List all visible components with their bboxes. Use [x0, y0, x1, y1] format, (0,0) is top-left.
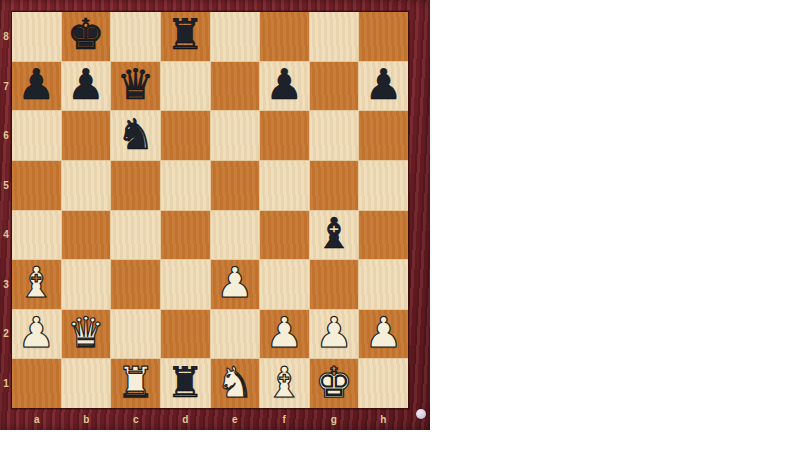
square-h2[interactable]: ♟ — [359, 310, 408, 359]
piece-black-pawn-b7[interactable]: ♟ — [67, 64, 105, 106]
rank-labels: 87654321 — [0, 12, 12, 408]
rank-label: 8 — [0, 12, 12, 62]
square-a8[interactable] — [12, 12, 61, 61]
square-e7[interactable] — [211, 62, 260, 111]
square-g8[interactable] — [310, 12, 359, 61]
piece-white-queen-b2[interactable]: ♛ — [67, 312, 105, 354]
square-h5[interactable] — [359, 161, 408, 210]
square-h1[interactable] — [359, 359, 408, 408]
square-b6[interactable] — [62, 111, 111, 160]
file-label: f — [260, 408, 310, 430]
piece-black-king-b8[interactable]: ♚ — [67, 14, 105, 56]
piece-white-pawn-h2[interactable]: ♟ — [365, 312, 403, 354]
square-b4[interactable] — [62, 211, 111, 260]
rank-label: 2 — [0, 309, 12, 359]
square-a6[interactable] — [12, 111, 61, 160]
rank-label: 5 — [0, 161, 12, 211]
file-label: d — [161, 408, 211, 430]
square-f7[interactable]: ♟ — [260, 62, 309, 111]
page-background: ♚♜♟♟♛♟♟♞♝♝♟♟♛♟♟♟♜♜♞♝♚ 87654321 abcdefgh — [0, 0, 800, 450]
square-h4[interactable] — [359, 211, 408, 260]
file-label: e — [210, 408, 260, 430]
file-label: g — [309, 408, 359, 430]
square-a3[interactable]: ♝ — [12, 260, 61, 309]
file-label: c — [111, 408, 161, 430]
file-labels: abcdefgh — [12, 408, 408, 430]
square-b5[interactable] — [62, 161, 111, 210]
board-corner-button[interactable] — [416, 409, 426, 419]
file-label: a — [12, 408, 62, 430]
square-a1[interactable] — [12, 359, 61, 408]
square-h6[interactable] — [359, 111, 408, 160]
square-d6[interactable] — [161, 111, 210, 160]
square-b8[interactable]: ♚ — [62, 12, 111, 61]
square-e5[interactable] — [211, 161, 260, 210]
square-f2[interactable]: ♟ — [260, 310, 309, 359]
square-h7[interactable]: ♟ — [359, 62, 408, 111]
board-grid: ♚♜♟♟♛♟♟♞♝♝♟♟♛♟♟♟♜♜♞♝♚ — [12, 12, 408, 408]
square-a7[interactable]: ♟ — [12, 62, 61, 111]
piece-white-king-g1[interactable]: ♚ — [315, 362, 353, 404]
piece-black-pawn-a7[interactable]: ♟ — [17, 64, 55, 106]
square-e1[interactable]: ♞ — [211, 359, 260, 408]
chess-board: ♚♜♟♟♛♟♟♞♝♝♟♟♛♟♟♟♜♜♞♝♚ 87654321 abcdefgh — [0, 0, 430, 430]
square-a4[interactable] — [12, 211, 61, 260]
piece-white-pawn-a2[interactable]: ♟ — [17, 312, 55, 354]
square-c4[interactable] — [111, 211, 160, 260]
square-a5[interactable] — [12, 161, 61, 210]
square-a2[interactable]: ♟ — [12, 310, 61, 359]
square-e2[interactable] — [211, 310, 260, 359]
rank-label: 1 — [0, 359, 12, 409]
piece-white-knight-e1[interactable]: ♞ — [216, 362, 254, 404]
rank-label: 3 — [0, 260, 12, 310]
square-g7[interactable] — [310, 62, 359, 111]
square-d2[interactable] — [161, 310, 210, 359]
square-e3[interactable]: ♟ — [211, 260, 260, 309]
square-e8[interactable] — [211, 12, 260, 61]
piece-black-rook-d1[interactable]: ♜ — [166, 362, 204, 404]
file-label: h — [359, 408, 409, 430]
piece-white-pawn-e3[interactable]: ♟ — [216, 262, 254, 304]
square-b2[interactable]: ♛ — [62, 310, 111, 359]
square-b1[interactable] — [62, 359, 111, 408]
square-c3[interactable] — [111, 260, 160, 309]
square-c8[interactable] — [111, 12, 160, 61]
rank-label: 7 — [0, 62, 12, 112]
square-f4[interactable] — [260, 211, 309, 260]
rank-label: 4 — [0, 210, 12, 260]
file-label: b — [62, 408, 112, 430]
square-d7[interactable] — [161, 62, 210, 111]
square-g5[interactable] — [310, 161, 359, 210]
square-d5[interactable] — [161, 161, 210, 210]
piece-black-queen-c7[interactable]: ♛ — [117, 64, 155, 106]
piece-white-bishop-f1[interactable]: ♝ — [266, 362, 304, 404]
square-d4[interactable] — [161, 211, 210, 260]
square-b7[interactable]: ♟ — [62, 62, 111, 111]
square-f8[interactable] — [260, 12, 309, 61]
square-d8[interactable]: ♜ — [161, 12, 210, 61]
square-h3[interactable] — [359, 260, 408, 309]
square-c2[interactable] — [111, 310, 160, 359]
square-c7[interactable]: ♛ — [111, 62, 160, 111]
square-f5[interactable] — [260, 161, 309, 210]
square-h8[interactable] — [359, 12, 408, 61]
square-d3[interactable] — [161, 260, 210, 309]
piece-black-rook-d8[interactable]: ♜ — [166, 14, 204, 56]
piece-white-rook-c1[interactable]: ♜ — [117, 362, 155, 404]
rank-label: 6 — [0, 111, 12, 161]
square-f6[interactable] — [260, 111, 309, 160]
square-g4[interactable]: ♝ — [310, 211, 359, 260]
square-e6[interactable] — [211, 111, 260, 160]
piece-white-pawn-f2[interactable]: ♟ — [266, 312, 304, 354]
square-g2[interactable]: ♟ — [310, 310, 359, 359]
square-g3[interactable] — [310, 260, 359, 309]
piece-black-bishop-g4[interactable]: ♝ — [315, 213, 353, 255]
square-f1[interactable]: ♝ — [260, 359, 309, 408]
square-g1[interactable]: ♚ — [310, 359, 359, 408]
square-c1[interactable]: ♜ — [111, 359, 160, 408]
square-g6[interactable] — [310, 111, 359, 160]
piece-white-bishop-a3[interactable]: ♝ — [17, 262, 55, 304]
piece-black-pawn-f7[interactable]: ♟ — [266, 64, 304, 106]
piece-white-pawn-g2[interactable]: ♟ — [315, 312, 353, 354]
square-c6[interactable]: ♞ — [111, 111, 160, 160]
square-f3[interactable] — [260, 260, 309, 309]
square-b3[interactable] — [62, 260, 111, 309]
piece-black-pawn-h7[interactable]: ♟ — [365, 64, 403, 106]
square-c5[interactable] — [111, 161, 160, 210]
square-d1[interactable]: ♜ — [161, 359, 210, 408]
piece-black-knight-c6[interactable]: ♞ — [117, 114, 155, 156]
square-e4[interactable] — [211, 211, 260, 260]
